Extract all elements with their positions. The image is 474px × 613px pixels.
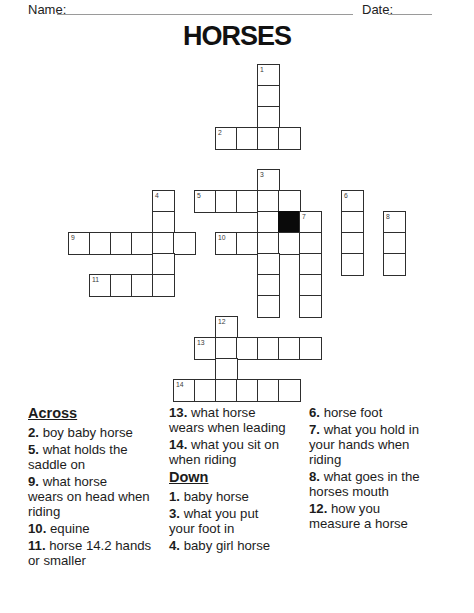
grid-cell-r8c2[interactable] — [110, 232, 133, 255]
clue-across-13: 13. what horsewears when leading — [169, 405, 307, 435]
grid-cell-r7c15[interactable]: 8 — [383, 211, 406, 234]
clue-column-2: 13. what horsewears when leading14. what… — [169, 405, 307, 555]
grid-cell-r6c7[interactable] — [215, 190, 238, 213]
grid-cell-r13c9[interactable] — [257, 337, 280, 360]
cell-number-7: 7 — [302, 213, 306, 221]
grid-cell-r8c13[interactable] — [341, 232, 364, 255]
clue-number-label: 5. — [28, 442, 39, 457]
grid-cell-r3c10[interactable] — [278, 127, 301, 150]
grid-cell-r7c11[interactable]: 7 — [299, 211, 322, 234]
grid-cell-r6c10[interactable] — [278, 190, 301, 213]
grid-cell-r6c13[interactable]: 6 — [341, 190, 364, 213]
cell-number-1: 1 — [260, 66, 264, 74]
clue-number-label: 8. — [309, 469, 320, 484]
grid-cell-r13c6[interactable]: 13 — [194, 337, 217, 360]
clue-across-11: 11. horse 14.2 handsor smaller — [28, 538, 168, 568]
grid-cell-r3c7[interactable]: 2 — [215, 127, 238, 150]
clue-down-7: 7. what you hold inyour hands whenriding — [309, 422, 471, 467]
grid-cell-r5c9[interactable]: 3 — [257, 169, 280, 192]
grid-cell-r7c9[interactable] — [257, 211, 280, 234]
grid-cell-r8c0[interactable]: 9 — [68, 232, 91, 255]
page-title: HORSES — [0, 21, 474, 52]
grid-cell-r15c8[interactable] — [236, 379, 259, 402]
grid-cell-r3c9[interactable] — [257, 127, 280, 150]
grid-cell-r9c15[interactable] — [383, 253, 406, 276]
down-header: Down — [169, 469, 307, 486]
grid-cell-r6c8[interactable] — [236, 190, 259, 213]
clue-across-2: 2. boy baby horse — [28, 425, 168, 440]
clue-down-4: 4. baby girl horse — [169, 538, 307, 553]
grid-cell-r11c11[interactable] — [299, 295, 322, 318]
grid-cell-r8c3[interactable] — [131, 232, 154, 255]
clue-number-label: 7. — [309, 422, 320, 437]
cell-number-3: 3 — [260, 171, 264, 179]
grid-cell-r8c8[interactable] — [236, 232, 259, 255]
clue-down-8: 8. what goes in thehorses mouth — [309, 469, 471, 499]
clue-down-12: 12. how youmeasure a horse — [309, 501, 471, 531]
grid-cell-r8c4[interactable] — [152, 232, 175, 255]
grid-cell-r9c9[interactable] — [257, 253, 280, 276]
clue-number-label: 13. — [169, 405, 187, 420]
grid-cell-r8c7[interactable]: 10 — [215, 232, 238, 255]
clue-across-5: 5. what holds thesaddle on — [28, 442, 168, 472]
grid-cell-r8c15[interactable] — [383, 232, 406, 255]
cell-number-4: 4 — [155, 192, 159, 200]
grid-cell-r10c2[interactable] — [110, 274, 133, 297]
grid-cell-r13c10[interactable] — [278, 337, 301, 360]
clue-number-label: 1. — [169, 489, 180, 504]
crossword-grid: 1234567891011121314 — [68, 64, 408, 404]
clue-number-label: 6. — [309, 405, 320, 420]
grid-cell-r15c10[interactable] — [278, 379, 301, 402]
cell-number-14: 14 — [176, 381, 184, 389]
clue-number-label: 12. — [309, 501, 327, 516]
date-input-line[interactable] — [388, 0, 432, 15]
grid-cell-r8c1[interactable] — [89, 232, 112, 255]
clue-number-label: 11. — [28, 538, 46, 553]
grid-cell-r11c9[interactable] — [257, 295, 280, 318]
cell-number-10: 10 — [218, 234, 226, 242]
cell-number-8: 8 — [386, 213, 390, 221]
clue-across-9: 9. what horsewears on head whenriding — [28, 474, 168, 519]
name-input-line[interactable] — [57, 0, 353, 15]
grid-cell-r1c9[interactable] — [257, 85, 280, 108]
clue-down-1: 1. baby horse — [169, 489, 307, 504]
grid-cell-r6c9[interactable] — [257, 190, 280, 213]
grid-cell-r6c6[interactable]: 5 — [194, 190, 217, 213]
grid-cell-r13c11[interactable] — [299, 337, 322, 360]
grid-cell-r8c11[interactable] — [299, 232, 322, 255]
grid-cell-r15c5[interactable]: 14 — [173, 379, 196, 402]
cell-number-5: 5 — [197, 192, 201, 200]
grid-cell-r7c4[interactable] — [152, 211, 175, 234]
grid-cell-r8c9[interactable] — [257, 232, 280, 255]
grid-cell-r10c11[interactable] — [299, 274, 322, 297]
grid-cell-r15c6[interactable] — [194, 379, 217, 402]
clue-column-3: 6. horse foot7. what you hold inyour han… — [309, 405, 471, 533]
grid-cell-r15c7[interactable] — [215, 379, 238, 402]
grid-cell-r3c8[interactable] — [236, 127, 259, 150]
clue-number-label: 9. — [28, 474, 39, 489]
clue-across-10: 10. equine — [28, 521, 168, 536]
grid-cell-r0c9[interactable]: 1 — [257, 64, 280, 87]
grid-cell-r10c4[interactable] — [152, 274, 175, 297]
grid-cell-r8c10[interactable] — [278, 232, 301, 255]
clue-down-6: 6. horse foot — [309, 405, 471, 420]
grid-cell-r10c9[interactable] — [257, 274, 280, 297]
grid-cell-r13c8[interactable] — [236, 337, 259, 360]
clue-number-label: 4. — [169, 538, 180, 553]
cell-number-6: 6 — [344, 192, 348, 200]
cell-number-13: 13 — [197, 339, 205, 347]
grid-cell-r10c3[interactable] — [131, 274, 154, 297]
cell-number-11: 11 — [92, 276, 99, 284]
grid-cell-r9c4[interactable] — [152, 253, 175, 276]
grid-cell-r6c4[interactable]: 4 — [152, 190, 175, 213]
grid-cell-r9c11[interactable] — [299, 253, 322, 276]
cell-number-9: 9 — [71, 234, 75, 242]
clue-number-label: 10. — [28, 521, 46, 536]
grid-cell-r12c7[interactable]: 12 — [215, 316, 238, 339]
grid-cell-r10c1[interactable]: 11 — [89, 274, 112, 297]
grid-cell-r2c9[interactable] — [257, 106, 280, 129]
clue-number-label: 14. — [169, 437, 187, 452]
across-header: Across — [28, 405, 168, 422]
clue-across-14: 14. what you sit onwhen riding — [169, 437, 307, 467]
grid-cell-r15c9[interactable] — [257, 379, 280, 402]
grid-cell-r7c13[interactable] — [341, 211, 364, 234]
grid-cell-r9c13[interactable] — [341, 253, 364, 276]
cell-number-2: 2 — [218, 129, 222, 137]
clue-number-label: 2. — [28, 425, 39, 440]
grid-cell-r8c5[interactable] — [173, 232, 196, 255]
cell-number-12: 12 — [218, 318, 226, 326]
clue-number-label: 3. — [169, 506, 180, 521]
clue-down-3: 3. what you putyour foot in — [169, 506, 307, 536]
clue-column-1: Across2. boy baby horse5. what holds the… — [28, 405, 168, 570]
grid-cell-r13c7[interactable] — [215, 337, 238, 360]
grid-cell-r14c7[interactable] — [215, 358, 238, 381]
black-cell — [278, 211, 301, 234]
